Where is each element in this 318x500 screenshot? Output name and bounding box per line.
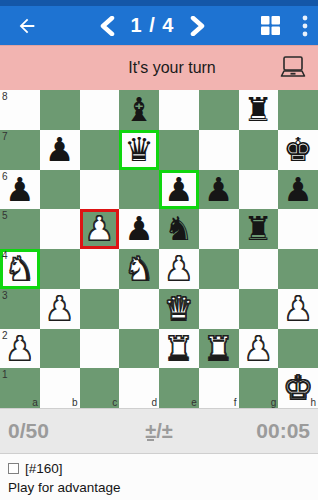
square-a6[interactable]: 6♟ (0, 170, 40, 210)
square-b8[interactable] (40, 90, 80, 130)
piece-white-queen-e3: ♛ (159, 289, 199, 329)
score-counter: 0/50 (8, 419, 88, 443)
rank-label-4: 4 (2, 250, 8, 261)
square-e5[interactable]: ♞ (159, 209, 199, 249)
square-d2[interactable] (119, 329, 159, 369)
eval-right-symbol: ± (162, 420, 173, 442)
white-to-move-checkbox (8, 463, 19, 474)
file-label-g: g (271, 397, 277, 408)
square-b5[interactable] (40, 209, 80, 249)
square-c2[interactable] (80, 329, 120, 369)
square-f7[interactable] (199, 130, 239, 170)
square-a3[interactable]: 3 (0, 289, 40, 329)
square-e1[interactable]: e (159, 368, 199, 408)
square-b3[interactable]: ♟ (40, 289, 80, 329)
exercise-navigator: 1 / 4 (44, 14, 261, 37)
stats-bar: 0/50 ±/± 00:05 (0, 408, 318, 454)
square-d5[interactable]: ♟ (119, 209, 159, 249)
turn-banner: It's your turn (0, 45, 318, 90)
piece-white-pawn-e4: ♟ (159, 249, 199, 289)
square-a4[interactable]: 4♞ (0, 249, 40, 289)
square-b1[interactable]: b (40, 368, 80, 408)
square-f8[interactable] (199, 90, 239, 130)
square-f1[interactable]: f (199, 368, 239, 408)
laptop-icon (278, 54, 308, 86)
square-f2[interactable]: ♜ (199, 329, 239, 369)
square-d7[interactable]: ♛ (119, 130, 159, 170)
chevron-left-icon (99, 16, 115, 36)
vertical-dots-icon (302, 15, 308, 37)
evaluation-annotation: ±/± (88, 420, 230, 443)
piece-black-pawn-f6: ♟ (199, 170, 239, 210)
arrow-left-icon (16, 15, 38, 37)
square-g5[interactable]: ♜ (239, 209, 279, 249)
square-h7[interactable]: ♚ (278, 130, 318, 170)
square-a2[interactable]: 2♟ (0, 329, 40, 369)
task-info: [#160] Play for advantage (0, 454, 318, 500)
timer: 00:05 (230, 419, 310, 443)
piece-black-pawn-h6: ♟ (278, 170, 318, 210)
piece-white-pawn-b3: ♟ (40, 289, 80, 329)
square-f6[interactable]: ♟ (199, 170, 239, 210)
rank-label-7: 7 (2, 131, 8, 142)
square-g3[interactable] (239, 289, 279, 329)
square-h4[interactable] (278, 249, 318, 289)
square-d3[interactable] (119, 289, 159, 329)
piece-white-pawn-h3: ♟ (278, 289, 318, 329)
square-g6[interactable] (239, 170, 279, 210)
eval-left-symbol: ± (145, 420, 156, 443)
piece-black-knight-e5: ♞ (159, 209, 199, 249)
square-a8[interactable]: 8 (0, 90, 40, 130)
square-h8[interactable] (278, 90, 318, 130)
next-exercise-button[interactable] (190, 16, 206, 36)
app-bar: 1 / 4 (0, 6, 318, 45)
square-g4[interactable] (239, 249, 279, 289)
rank-label-8: 8 (2, 91, 8, 102)
piece-black-pawn-e6: ♟ (159, 170, 199, 210)
file-label-c: c (112, 397, 117, 408)
grid-icon (261, 16, 280, 35)
square-c8[interactable] (80, 90, 120, 130)
square-e8[interactable] (159, 90, 199, 130)
square-e6[interactable]: ♟ (159, 170, 199, 210)
square-c3[interactable] (80, 289, 120, 329)
piece-white-pawn-g2: ♟ (239, 329, 279, 369)
square-c4[interactable] (80, 249, 120, 289)
square-h2[interactable] (278, 329, 318, 369)
square-c6[interactable] (80, 170, 120, 210)
exercise-grid-button[interactable] (261, 16, 280, 35)
piece-black-pawn-d5: ♟ (119, 209, 159, 249)
square-c1[interactable]: c (80, 368, 120, 408)
piece-black-bishop-d8: ♝ (119, 90, 159, 130)
piece-white-pawn-c5: ♟ (80, 209, 120, 249)
square-f4[interactable] (199, 249, 239, 289)
square-a5[interactable]: 5 (0, 209, 40, 249)
square-f5[interactable] (199, 209, 239, 249)
piece-white-knight-d4: ♞ (119, 249, 159, 289)
file-label-d: d (151, 397, 157, 408)
square-g8[interactable]: ♜ (239, 90, 279, 130)
task-goal: Play for advantage (8, 478, 310, 498)
square-g7[interactable] (239, 130, 279, 170)
square-b6[interactable] (40, 170, 80, 210)
piece-white-rook-f2: ♜ (199, 329, 239, 369)
exercise-counter: 1 / 4 (131, 14, 175, 37)
square-a7[interactable]: 7 (0, 130, 40, 170)
rank-label-6: 6 (2, 171, 8, 182)
back-button[interactable] (10, 15, 44, 37)
piece-black-rook-g5: ♜ (239, 209, 279, 249)
rank-label-1: 1 (2, 369, 8, 380)
square-h5[interactable] (278, 209, 318, 249)
rank-label-5: 5 (2, 210, 8, 221)
turn-banner-text: It's your turn (0, 59, 318, 77)
file-label-h: h (310, 397, 316, 408)
square-d6[interactable] (119, 170, 159, 210)
file-label-e: e (191, 397, 197, 408)
square-d8[interactable]: ♝ (119, 90, 159, 130)
square-e7[interactable] (159, 130, 199, 170)
square-d1[interactable]: d (119, 368, 159, 408)
square-c5[interactable]: ♟ (80, 209, 120, 249)
square-g2[interactable]: ♟ (239, 329, 279, 369)
piece-white-rook-e2: ♜ (159, 329, 199, 369)
square-d4[interactable]: ♞ (119, 249, 159, 289)
square-c7[interactable] (80, 130, 120, 170)
square-e4[interactable]: ♟ (159, 249, 199, 289)
square-a1[interactable]: 1a (0, 368, 40, 408)
square-g1[interactable]: g (239, 368, 279, 408)
file-label-b: b (72, 397, 78, 408)
square-e2[interactable]: ♜ (159, 329, 199, 369)
square-b4[interactable] (40, 249, 80, 289)
overflow-menu-button[interactable] (302, 15, 308, 37)
square-b2[interactable] (40, 329, 80, 369)
square-b7[interactable]: ♟ (40, 130, 80, 170)
square-e3[interactable]: ♛ (159, 289, 199, 329)
chess-board: 8♝♜7♟♛♚6♟♟♟♟5♟♟♞♜4♞♞♟3♟♛♟2♟♜♜♟1abcdefgh♚ (0, 90, 318, 408)
task-id: [#160] (25, 461, 63, 476)
square-f3[interactable] (199, 289, 239, 329)
piece-black-rook-g8: ♜ (239, 90, 279, 130)
chevron-right-icon (190, 16, 206, 36)
file-label-a: a (32, 397, 38, 408)
square-h3[interactable]: ♟ (278, 289, 318, 329)
piece-black-pawn-b7: ♟ (40, 130, 80, 170)
rank-label-2: 2 (2, 330, 8, 341)
piece-black-king-h7: ♚ (278, 130, 318, 170)
prev-exercise-button[interactable] (99, 16, 115, 36)
square-h1[interactable]: h♚ (278, 368, 318, 408)
square-h6[interactable]: ♟ (278, 170, 318, 210)
rank-label-3: 3 (2, 290, 8, 301)
piece-black-queen-d7: ♛ (119, 130, 159, 170)
file-label-f: f (234, 397, 237, 408)
